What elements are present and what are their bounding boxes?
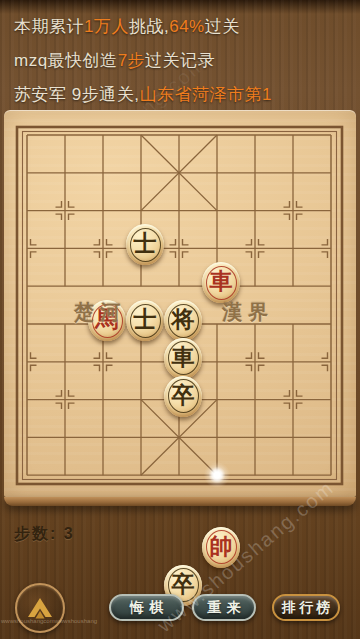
board-bottom-edge	[4, 497, 356, 506]
expand-button[interactable]	[15, 583, 65, 633]
stats-header: 本期累计1万人挑战,64%过关 mzq最快创造7步过关记录 苏安军 9步通关,山…	[0, 0, 360, 110]
stats-highlight: 7步	[118, 51, 145, 70]
red-piece-車[interactable]: 車	[202, 262, 240, 303]
piece-character: 将	[172, 308, 195, 331]
move-counter-label: 步数:	[14, 525, 57, 542]
river-label-right: 漢界	[203, 299, 293, 326]
board-grid[interactable]: 士車馬士将車卒帥卒	[12, 226, 354, 604]
stats-text: mzq最快创造	[14, 51, 118, 70]
black-piece-士[interactable]: 士	[126, 224, 164, 265]
piece-character: 車	[210, 270, 233, 293]
stats-line-1: 本期累计1万人挑战,64%过关	[14, 15, 240, 38]
stats-text: 挑战,	[129, 17, 169, 36]
up-arrow-icon	[25, 593, 55, 623]
stats-highlight: 1万人	[84, 17, 129, 36]
undo-button[interactable]: 悔棋	[109, 594, 184, 621]
last-move-marker	[204, 462, 230, 488]
black-piece-卒[interactable]: 卒	[164, 376, 202, 417]
restart-button[interactable]: 重来	[192, 594, 256, 621]
piece-character: 士	[134, 232, 157, 255]
piece-character: 卒	[172, 384, 195, 407]
move-counter-value: 3	[64, 525, 75, 542]
leaderboard-button[interactable]: 排行榜	[272, 594, 340, 621]
stats-text: 本期累计	[14, 17, 84, 36]
move-counter: 步数: 3	[14, 524, 75, 545]
piece-character: 卒	[172, 573, 195, 596]
black-piece-将[interactable]: 将	[164, 300, 202, 341]
piece-character: 車	[172, 346, 195, 369]
stats-highlight: 64%	[169, 17, 205, 36]
stats-highlight: 山东省菏泽市第1	[139, 85, 271, 104]
stats-text: 过关	[205, 17, 240, 36]
stats-text: 苏安军 9步通关,	[14, 85, 139, 104]
stats-text: 过关记录	[145, 51, 215, 70]
stats-line-2: mzq最快创造7步过关记录	[14, 49, 215, 72]
piece-character: 帥	[210, 535, 233, 558]
stats-line-3: 苏安军 9步通关,山东省菏泽市第1	[14, 83, 272, 106]
river-label-left: 楚河	[55, 299, 145, 326]
red-piece-帥[interactable]: 帥	[202, 527, 240, 568]
black-piece-車[interactable]: 車	[164, 338, 202, 379]
